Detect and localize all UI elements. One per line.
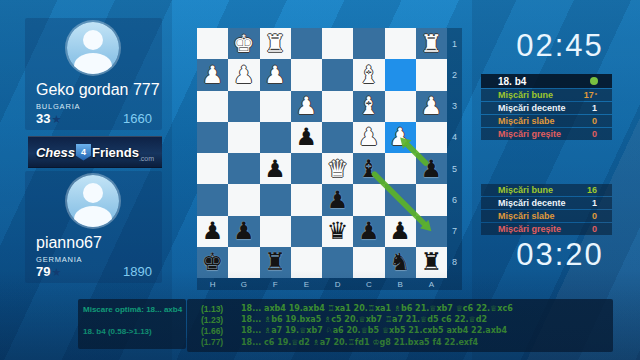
stat-value: 1: [592, 198, 597, 208]
white-pawn: ♟: [389, 125, 411, 149]
square-e1[interactable]: [291, 28, 322, 59]
stat-label: Mișcări slabe: [498, 116, 592, 126]
rank-label-3: 3: [447, 91, 462, 122]
avatar-torso-silhouette: [74, 53, 112, 74]
square-b5[interactable]: [385, 153, 416, 184]
logo-tld: .com: [139, 155, 154, 162]
black-pawn: ♟: [233, 219, 255, 243]
black-pawn: ♟: [327, 188, 349, 212]
stat-value: 16: [587, 185, 597, 195]
stat-value: 0: [592, 211, 597, 221]
square-h5[interactable]: [197, 153, 228, 184]
square-a6[interactable]: [416, 184, 447, 215]
file-label-a: A: [416, 278, 447, 290]
square-h7[interactable]: ♟: [197, 216, 228, 247]
square-c3[interactable]: ♝: [353, 91, 384, 122]
file-label-c: C: [353, 278, 384, 290]
square-c1[interactable]: [353, 28, 384, 59]
square-b3[interactable]: [385, 91, 416, 122]
stat-value: 0: [592, 129, 597, 139]
white-pawn: ♟: [264, 63, 286, 87]
stat-row: Mișcări bune17*: [481, 89, 612, 101]
file-label-f: F: [260, 278, 291, 290]
stat-value: 0: [592, 116, 597, 126]
engine-line: (1.23)18... ♗b6 19.bxa5 ♗c5 20.♕xb7 ♖a7 …: [195, 314, 605, 325]
star-count: 79: [36, 264, 50, 279]
rank-label-8: 8: [447, 247, 462, 278]
square-a8[interactable]: ♜: [416, 247, 447, 278]
stat-label: Mișcări greșite: [498, 224, 592, 234]
stat-label: Mișcări bune: [498, 185, 587, 195]
star-count: 33: [36, 111, 50, 126]
logo-word-chess: Chess: [36, 145, 75, 160]
rank-coordinates: 12345678: [447, 28, 462, 278]
engine-line: (1.66)18... ♗a7 19.♕xb7 ♘a6 20.♕b5 ♕xb5 …: [195, 325, 605, 336]
square-b7[interactable]: ♟: [385, 216, 416, 247]
logo-word-friends: Friends: [92, 145, 139, 160]
square-g8[interactable]: [228, 247, 259, 278]
black-knight: ♞: [389, 250, 411, 274]
black-rook: ♜: [421, 250, 443, 274]
black-pawn: ♟: [202, 219, 224, 243]
player-rating: 1660: [123, 111, 152, 126]
stat-label: Mișcări bune: [498, 90, 584, 100]
optimal-move-text: Miscare optimă: 18... axb4: [83, 305, 181, 314]
rank-label-5: 5: [447, 153, 462, 184]
square-e3[interactable]: ♟: [291, 91, 322, 122]
white-king: ♚: [233, 32, 255, 56]
stat-value: 0: [592, 224, 597, 234]
square-h8[interactable]: ♚: [197, 247, 228, 278]
square-h4[interactable]: [197, 122, 228, 153]
engine-line-eval: (1.77): [195, 337, 241, 347]
stat-value-mark: *: [595, 92, 597, 98]
square-d4[interactable]: [322, 122, 353, 153]
star-icon: ★: [51, 266, 61, 279]
stat-row: Mișcări slabe0: [481, 115, 612, 127]
white-move-quality-table: Mișcări bune17*Mișcări decente1Mișcări s…: [481, 89, 612, 141]
square-c7[interactable]: ♟: [353, 216, 384, 247]
stat-row: Mișcări greșite0: [481, 128, 612, 140]
square-h2[interactable]: ♟: [197, 59, 228, 90]
square-c2[interactable]: ♝: [353, 59, 384, 90]
engine-analysis-lines: (1.13)18... axb4 19.axb4 ♖xa1 20.♖xa1 ♗b…: [187, 299, 613, 352]
player-country: GERMANIA: [36, 255, 82, 264]
logo-shield-icon: 4: [76, 144, 91, 161]
white-pawn: ♟: [358, 125, 380, 149]
rank-label-6: 6: [447, 184, 462, 215]
black-queen: ♛: [327, 219, 349, 243]
square-g3[interactable]: [228, 91, 259, 122]
white-pawn: ♟: [202, 63, 224, 87]
square-h6[interactable]: [197, 184, 228, 215]
engine-line-moves: 18... ♗b6 19.bxa5 ♗c5 20.♕xb7 ♖a7 21.♕d5…: [241, 315, 487, 324]
square-f7[interactable]: [260, 216, 291, 247]
square-e8[interactable]: [291, 247, 322, 278]
avatar-head-silhouette: [83, 30, 103, 50]
stat-row: Mișcări slabe0: [481, 210, 612, 222]
file-coordinates: HGFEDCBA: [197, 278, 462, 290]
white-bishop: ♝: [358, 63, 380, 87]
square-b4[interactable]: ♟: [385, 122, 416, 153]
stat-label: Mișcări greșite: [498, 129, 592, 139]
white-pawn: ♟: [296, 94, 318, 118]
square-a4[interactable]: [416, 122, 447, 153]
square-f8[interactable]: ♜: [260, 247, 291, 278]
engine-line-eval: (1.13): [195, 304, 241, 314]
square-g4[interactable]: [228, 122, 259, 153]
chess-board[interactable]: ♚♜♜♟♟♟♝♟♝♟♟♟♟♟♛♝♟♟♟♟♛♟♟♚♜♞♜: [197, 28, 447, 278]
white-clock: 02:45: [480, 28, 640, 64]
square-f6[interactable]: [260, 184, 291, 215]
black-pawn: ♟: [264, 157, 286, 181]
stat-row: Mișcări bune16: [481, 184, 612, 196]
square-e5[interactable]: [291, 153, 322, 184]
rank-label-7: 7: [447, 216, 462, 247]
square-d3[interactable]: [322, 91, 353, 122]
square-a3[interactable]: ♟: [416, 91, 447, 122]
square-h3[interactable]: [197, 91, 228, 122]
square-d8[interactable]: [322, 247, 353, 278]
square-a1[interactable]: ♜: [416, 28, 447, 59]
square-b1[interactable]: [385, 28, 416, 59]
played-move-eval-text: 18. b4 (0.58->1.13): [83, 327, 181, 336]
current-move-label: 18. b4: [498, 76, 526, 87]
square-g1[interactable]: ♚: [228, 28, 259, 59]
square-d1[interactable]: [322, 28, 353, 59]
stat-value: 17: [584, 90, 594, 100]
white-rook: ♜: [421, 32, 443, 56]
stat-label: Mișcări decente: [498, 103, 592, 113]
stat-label: Mișcări slabe: [498, 211, 592, 221]
engine-line-moves: 18... c6 19.♕d2 ♗a7 20.♖fd1 ♔g8 21.bxa5 …: [241, 338, 478, 347]
rank-label-1: 1: [447, 28, 462, 59]
square-c4[interactable]: ♟: [353, 122, 384, 153]
square-f2[interactable]: ♟: [260, 59, 291, 90]
player-rating: 1890: [123, 264, 152, 279]
player-card-black: pianno67 GERMANIA 79 ★ 1890: [25, 171, 162, 283]
player-card-white: Geko gordan 777 BULGARIA 33 ★ 1660: [25, 18, 162, 130]
square-a2[interactable]: [416, 59, 447, 90]
square-a7[interactable]: [416, 216, 447, 247]
engine-line-eval: (1.23): [195, 315, 241, 325]
square-c8[interactable]: [353, 247, 384, 278]
square-f3[interactable]: [260, 91, 291, 122]
player-name: pianno67: [36, 234, 102, 252]
engine-line-moves: 18... axb4 19.axb4 ♖xa1 20.♖xa1 ♗b6 21.♕…: [241, 304, 513, 313]
avatar-torso-silhouette: [74, 206, 112, 227]
square-g6[interactable]: [228, 184, 259, 215]
square-a5[interactable]: ♟: [416, 153, 447, 184]
square-f4[interactable]: [260, 122, 291, 153]
black-bishop: ♝: [358, 157, 380, 181]
avatar: [67, 22, 119, 74]
square-g5[interactable]: [228, 153, 259, 184]
avatar-head-silhouette: [83, 183, 103, 203]
file-label-d: D: [322, 278, 353, 290]
square-c6[interactable]: [353, 184, 384, 215]
black-clock: 03:20: [480, 237, 640, 273]
white-pawn: ♟: [233, 63, 255, 87]
square-b8[interactable]: ♞: [385, 247, 416, 278]
file-label-e: E: [291, 278, 322, 290]
square-e6[interactable]: [291, 184, 322, 215]
rank-label-2: 2: [447, 59, 462, 90]
white-rook: ♜: [264, 32, 286, 56]
square-h1[interactable]: [197, 28, 228, 59]
current-move-strip: 18. b4: [481, 74, 612, 88]
stat-row: Mișcări decente1: [481, 102, 612, 114]
chessfriends-logo[interactable]: Chess 4 Friends .com: [28, 136, 162, 168]
square-d6[interactable]: ♟: [322, 184, 353, 215]
square-b6[interactable]: [385, 184, 416, 215]
stat-label: Mișcări decente: [498, 198, 592, 208]
file-label-g: G: [228, 278, 259, 290]
square-e4[interactable]: ♟: [291, 122, 322, 153]
player-stats-row: 33 ★ 1660: [36, 111, 152, 126]
rank-label-4: 4: [447, 122, 462, 153]
square-c5[interactable]: ♝: [353, 153, 384, 184]
black-king: ♚: [202, 250, 224, 274]
square-f5[interactable]: ♟: [260, 153, 291, 184]
engine-line-moves: 18... ♗a7 19.♕xb7 ♘a6 20.♕b5 ♕xb5 21.cxb…: [241, 326, 507, 335]
engine-line-eval: (1.66): [195, 326, 241, 336]
square-d7[interactable]: ♛: [322, 216, 353, 247]
black-move-quality-table: Mișcări bune16Mișcări decente1Mișcări sl…: [481, 184, 612, 236]
optimal-move-box: Miscare optimă: 18... axb4 18. b4 (0.58-…: [78, 299, 186, 349]
white-queen: ♛: [327, 157, 349, 181]
black-pawn: ♟: [358, 219, 380, 243]
engine-line: (1.13)18... axb4 19.axb4 ♖xa1 20.♖xa1 ♗b…: [195, 303, 605, 314]
black-pawn: ♟: [296, 125, 318, 149]
white-bishop: ♝: [358, 94, 380, 118]
black-pawn: ♟: [389, 219, 411, 243]
black-pawn: ♟: [421, 157, 443, 181]
white-pawn: ♟: [421, 94, 443, 118]
file-label-b: B: [385, 278, 416, 290]
square-e7[interactable]: [291, 216, 322, 247]
stat-row: Mișcări decente1: [481, 197, 612, 209]
player-name: Geko gordan 777: [36, 81, 160, 99]
stat-value: 1: [592, 103, 597, 113]
black-rook: ♜: [264, 250, 286, 274]
engine-line: (1.77)18... c6 19.♕d2 ♗a7 20.♖fd1 ♔g8 21…: [195, 337, 605, 348]
square-d5[interactable]: ♛: [322, 153, 353, 184]
avatar: [67, 175, 119, 227]
square-g7[interactable]: ♟: [228, 216, 259, 247]
square-f1[interactable]: ♜: [260, 28, 291, 59]
green-status-dot: [590, 77, 598, 85]
player-country: BULGARIA: [36, 102, 80, 111]
stat-row: Mișcări greșite0: [481, 223, 612, 235]
square-e2[interactable]: [291, 59, 322, 90]
file-label-h: H: [197, 278, 228, 290]
star-icon: ★: [51, 113, 61, 126]
square-g2[interactable]: ♟: [228, 59, 259, 90]
square-b2[interactable]: [385, 59, 416, 90]
player-stats-row: 79 ★ 1890: [36, 264, 152, 279]
square-d2[interactable]: [322, 59, 353, 90]
